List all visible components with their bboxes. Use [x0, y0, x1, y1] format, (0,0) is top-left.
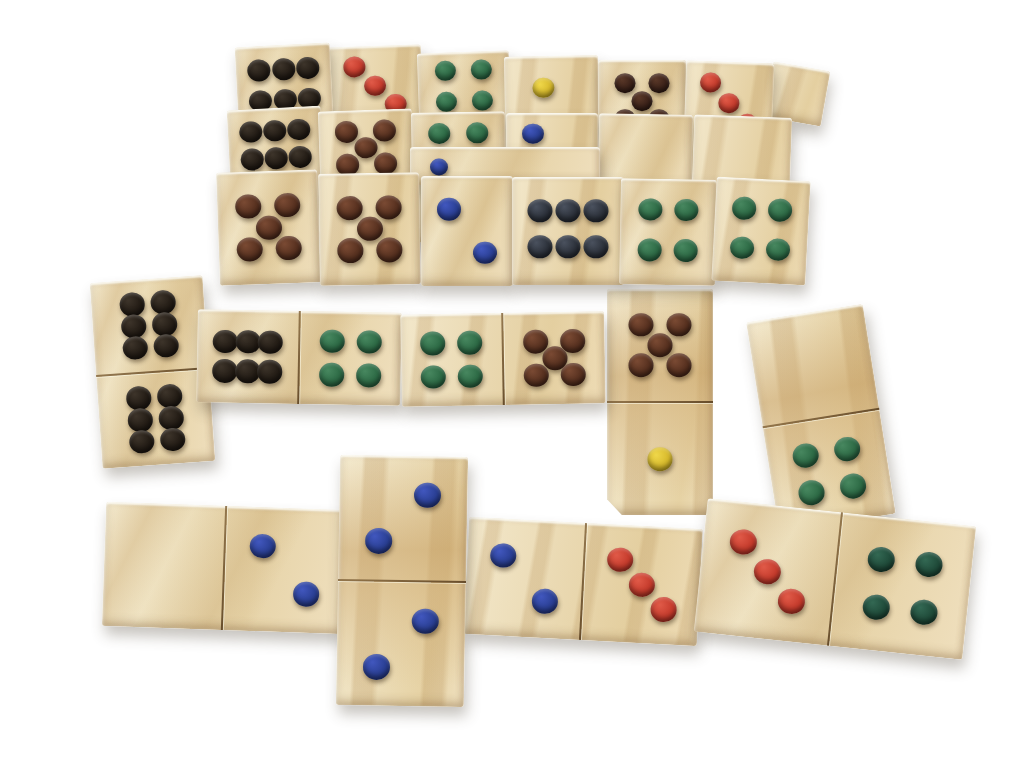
domino-halves [512, 177, 624, 285]
domino-half-6 [90, 275, 209, 375]
pip-green [428, 123, 450, 144]
domino-rack-front-4-green-2[interactable] [711, 177, 810, 286]
pip-black [258, 330, 283, 354]
pip-black [264, 147, 288, 170]
pip-yellow [648, 447, 673, 471]
domino-halves [711, 177, 810, 286]
pip-brown [235, 194, 262, 219]
pip-green [320, 329, 345, 353]
pip-black [126, 386, 153, 411]
pip-green [471, 59, 493, 79]
pip-black [150, 290, 177, 315]
pip-green [674, 239, 698, 262]
domino-halves [421, 176, 513, 286]
pip-black [213, 330, 238, 354]
pip-blue [437, 198, 461, 221]
pip-blue [531, 589, 558, 615]
dominoes-arrangement [0, 0, 1024, 768]
pip-brown [560, 362, 585, 386]
pip-black [153, 333, 180, 358]
domino-half-6 [512, 177, 624, 285]
pip-green [472, 91, 494, 111]
domino-halves [216, 169, 321, 285]
domino-half-6 [196, 309, 299, 404]
pip-brown [255, 215, 282, 240]
pip-brown [374, 152, 398, 174]
domino-half-4 [711, 177, 810, 286]
pip-charcoal [583, 199, 608, 223]
pip-black [289, 145, 313, 168]
pip-green [421, 365, 446, 389]
pip-green [730, 236, 755, 260]
domino-halves [463, 517, 703, 646]
domino-chain-6-4[interactable] [196, 309, 402, 406]
pip-green [833, 435, 863, 463]
pip-red [606, 547, 633, 573]
domino-chain-5-1[interactable] [607, 289, 713, 515]
pip-green [319, 363, 344, 387]
domino-rack-front-2-blue[interactable] [421, 176, 513, 286]
domino-half-4 [299, 311, 402, 406]
pip-charcoal [556, 235, 581, 259]
pip-black [119, 292, 146, 317]
pip-green [356, 330, 381, 354]
domino-halves [196, 309, 402, 406]
pip-black [129, 429, 156, 454]
pip-brown [628, 353, 653, 377]
pip-green [637, 238, 661, 261]
pip-green [457, 331, 482, 355]
pip-green [420, 332, 445, 356]
pip-black [263, 119, 287, 142]
pip-red [777, 588, 807, 616]
domino-half-2 [336, 581, 466, 707]
domino-bottom-2-3[interactable] [463, 517, 703, 646]
domino-half-2 [421, 176, 513, 286]
pip-brown [356, 217, 382, 242]
pip-darkbrown [648, 73, 669, 93]
domino-halves [694, 498, 977, 659]
pip-red [364, 75, 387, 96]
pip-black [296, 57, 320, 80]
pip-black [159, 427, 186, 452]
pip-black [151, 311, 178, 336]
domino-rack-front-5-brown-2[interactable] [318, 172, 421, 286]
pip-black [212, 359, 237, 383]
pip-darkbrown [632, 91, 653, 111]
domino-half-5 [503, 311, 606, 405]
domino-branch-0-4[interactable] [746, 304, 896, 532]
domino-half-2 [223, 506, 346, 634]
pip-brown [354, 137, 378, 159]
pip-black [156, 383, 183, 408]
pip-black [121, 314, 148, 339]
pip-blue [473, 241, 497, 264]
pip-blue [292, 581, 319, 606]
pip-brown [648, 333, 673, 357]
pip-darkgreen [861, 594, 891, 622]
pip-black [257, 360, 282, 384]
domino-rack-front-6-black[interactable] [512, 177, 624, 285]
pip-brown [628, 313, 653, 337]
pip-green [732, 196, 757, 220]
pip-green [765, 238, 790, 262]
domino-halves [400, 311, 606, 407]
pip-green [356, 363, 381, 387]
domino-half-3 [581, 523, 703, 646]
pip-blue [430, 158, 448, 175]
pip-green [791, 441, 821, 469]
pip-green [839, 472, 869, 500]
pip-darkgreen [866, 546, 896, 574]
domino-halves [336, 455, 468, 707]
pip-green [435, 92, 457, 112]
pip-black [127, 407, 154, 432]
pip-brown [275, 236, 302, 261]
pip-charcoal [556, 199, 581, 223]
pip-green [638, 198, 662, 221]
domino-chain-4-5[interactable] [400, 311, 606, 407]
pip-charcoal [528, 199, 553, 223]
pip-darkgreen [914, 551, 944, 579]
domino-half-4 [400, 313, 503, 407]
pip-red [650, 596, 677, 622]
pip-blue [412, 608, 439, 634]
pip-brown [667, 313, 692, 337]
pip-brown [335, 121, 359, 143]
domino-half-4 [619, 178, 717, 286]
pip-red [343, 56, 366, 77]
pip-black [158, 405, 185, 430]
domino-halves [746, 304, 896, 532]
pip-blue [414, 482, 441, 508]
pip-black [287, 118, 311, 141]
pip-blue [365, 528, 392, 554]
pip-brown [337, 238, 363, 263]
pip-brown [524, 363, 549, 387]
domino-rack-front-4-green-1[interactable] [619, 178, 717, 286]
pip-black [235, 330, 260, 354]
pip-brown [274, 193, 301, 218]
domino-rack-front-5-brown-1[interactable] [216, 169, 321, 285]
pip-red [628, 572, 655, 598]
pip-blue [363, 654, 390, 680]
domino-half-5 [216, 169, 321, 285]
pip-green [767, 198, 792, 222]
pip-brown [376, 237, 402, 262]
pip-red [718, 93, 740, 113]
pip-charcoal [528, 235, 553, 259]
pip-blue [250, 533, 277, 558]
domino-bottom-double-two[interactable] [336, 455, 468, 707]
pip-blue [490, 543, 517, 569]
pip-red [729, 528, 759, 556]
pip-black [271, 58, 295, 81]
domino-half-2 [463, 517, 585, 640]
domino-bottom-3-4[interactable] [694, 498, 977, 659]
pip-black [240, 148, 264, 171]
pip-black [247, 59, 271, 82]
pip-brown [237, 237, 264, 262]
pip-blue [522, 123, 544, 144]
pip-brown [667, 353, 692, 377]
domino-half-4 [829, 512, 976, 659]
pip-brown [337, 196, 363, 221]
pip-green [434, 61, 456, 81]
pip-red [753, 558, 783, 586]
pip-black [235, 359, 260, 383]
domino-half-5 [318, 172, 421, 286]
pip-brown [375, 195, 401, 220]
pip-red [700, 72, 722, 92]
domino-half-5 [607, 289, 713, 401]
domino-half-2 [338, 455, 468, 581]
pip-green [457, 364, 482, 388]
domino-halves [607, 289, 713, 515]
pip-green [797, 479, 827, 507]
pip-green [466, 123, 488, 144]
domino-halves [619, 178, 717, 286]
domino-bottom-0-2[interactable] [102, 502, 346, 634]
domino-half-3 [694, 498, 841, 645]
pip-green [674, 199, 698, 222]
pip-charcoal [583, 235, 608, 259]
pip-yellow [532, 77, 554, 98]
pip-darkbrown [615, 73, 636, 93]
pip-black [238, 121, 262, 144]
domino-half-0 [102, 502, 225, 630]
pip-darkgreen [909, 599, 939, 627]
domino-halves [102, 502, 346, 634]
pip-brown [372, 120, 396, 142]
pip-black [122, 335, 149, 360]
domino-half-1 [607, 403, 713, 515]
domino-half-0 [746, 304, 879, 426]
domino-halves [318, 172, 421, 286]
